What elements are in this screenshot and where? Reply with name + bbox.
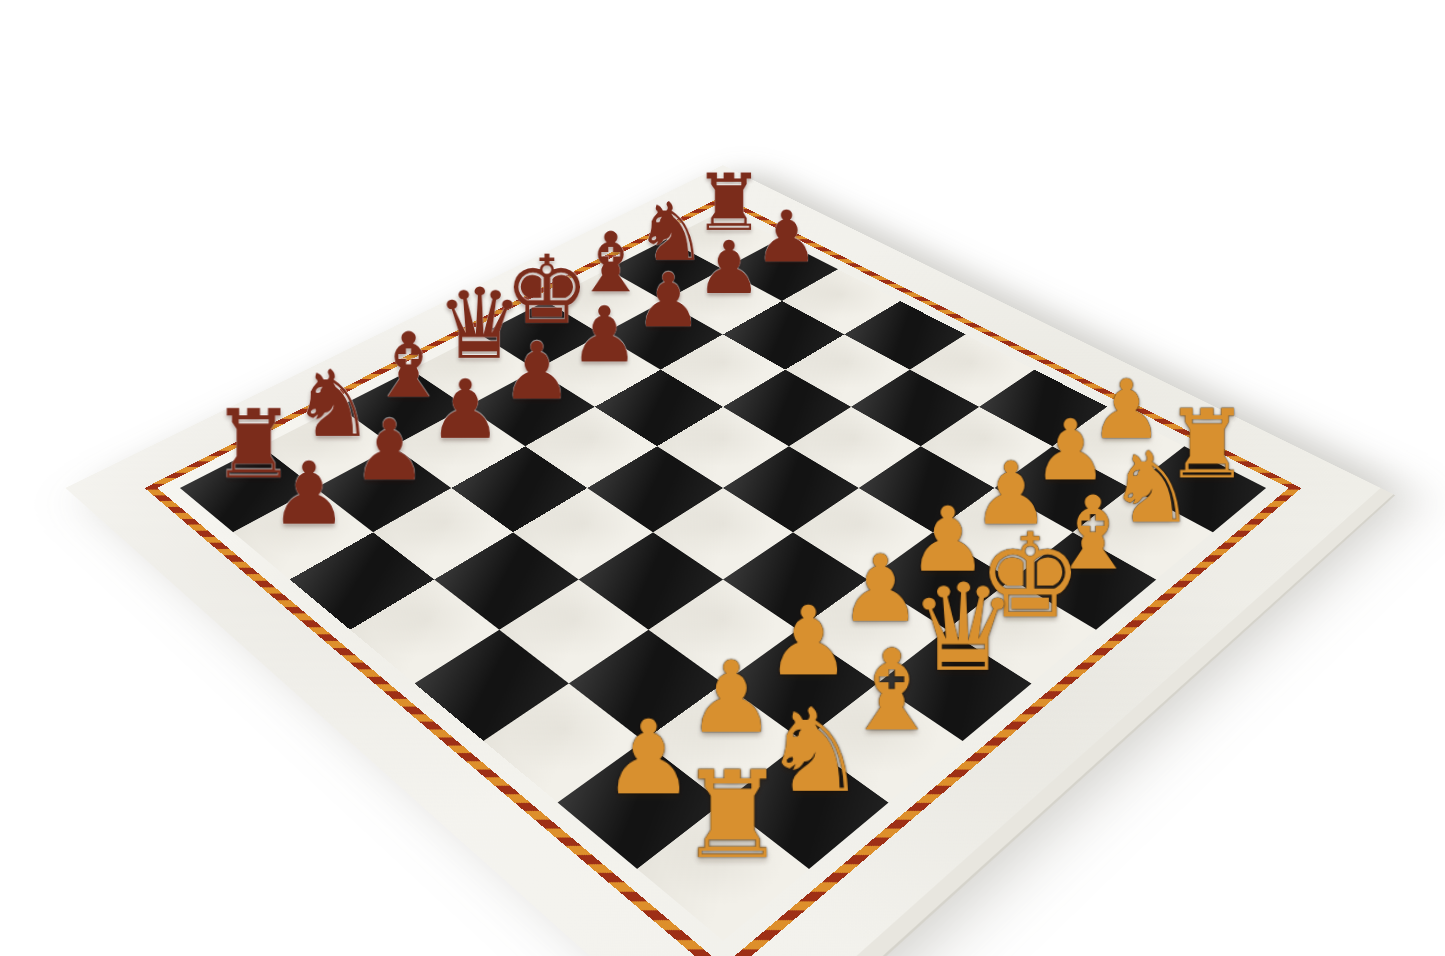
- black-rook-h8: ♜: [678, 163, 777, 242]
- marble-board-slab: ♜♞♝♛♚♝♞♜♟♟♟♟♟♟♟♟♟♟♟♟♟♟♟♟♜♞♝♛♚♝♞♜: [65, 165, 1380, 956]
- white-pawn-h2: ♟: [1067, 368, 1184, 450]
- square-c5: [513, 488, 653, 579]
- square-c7: ♟: [393, 406, 525, 487]
- photo-scene: ♜♞♝♛♚♝♞♜♟♟♟♟♟♟♟♟♟♟♟♟♟♟♟♟♜♞♝♛♚♝♞♜: [0, 0, 1445, 956]
- inlay-border: ♜♞♝♛♚♝♞♜♟♟♟♟♟♟♟♟♟♟♟♟♟♟♟♟♜♞♝♛♚♝♞♜: [144, 196, 1301, 956]
- chess-board: ♜♞♝♛♚♝♞♜♟♟♟♟♟♟♟♟♟♟♟♟♟♟♟♟♜♞♝♛♚♝♞♜: [179, 210, 1265, 940]
- square-f2: ♟: [932, 488, 1072, 579]
- square-d4: [653, 488, 793, 579]
- square-e8: ♚: [480, 301, 601, 370]
- marble-field-margin: ♜♞♝♛♚♝♞♜♟♟♟♟♟♟♟♟♟♟♟♟♟♟♟♟♜♞♝♛♚♝♞♜: [157, 201, 1288, 956]
- square-e2: ♟: [867, 532, 1011, 629]
